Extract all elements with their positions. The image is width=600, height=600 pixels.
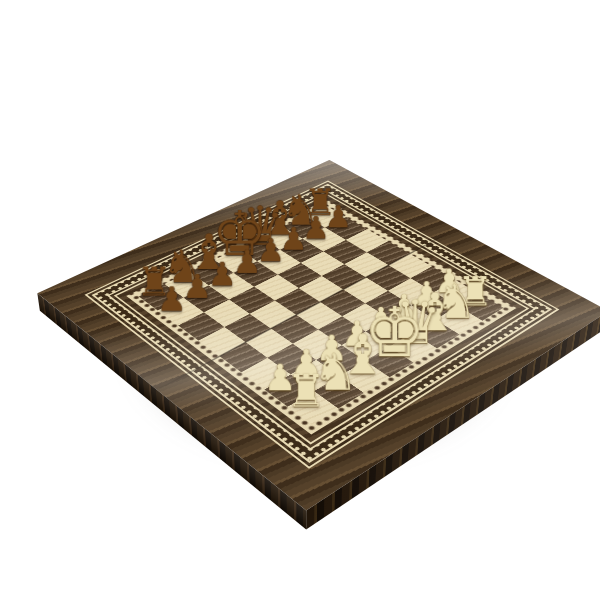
piece-white-bishop: ♝	[411, 286, 445, 338]
inlay-bead-band: ♜♟♟♜♞♟♟♞♝♟♟♝♛♟♟♛♚♟♟♚♝♟♟♝♞♟♟♞♜♟♟♜	[126, 200, 516, 435]
piece-black-bishop: ♝	[259, 195, 289, 242]
piece-white-pawn: ♟	[387, 290, 420, 324]
piece-black-bishop: ♝	[187, 228, 218, 277]
piece-black-king: ♚	[212, 203, 243, 264]
piece-white-pawn: ♟	[433, 264, 465, 297]
piece-black-knight: ♞	[281, 189, 311, 231]
square-d2[interactable]: ♟	[365, 318, 412, 347]
square-h6[interactable]	[178, 312, 225, 340]
square-d1[interactable]: ♛	[389, 333, 437, 363]
square-a2[interactable]: ♟	[434, 280, 479, 306]
board-frame: ♜♟♟♜♞♟♟♞♝♟♟♝♛♟♟♛♚♟♟♚♝♟♟♝♞♟♟♞♜♟♟♜	[37, 160, 600, 511]
piece-black-rook: ♜	[136, 262, 168, 302]
chess-set-photo: ♜♟♟♜♞♟♟♞♝♟♟♝♛♟♟♛♚♟♟♚♝♟♟♝♞♟♟♞♜♟♟♜	[0, 0, 600, 600]
square-g4[interactable]	[246, 328, 294, 358]
piece-black-queen: ♛	[236, 199, 266, 253]
square-g6[interactable]	[204, 299, 250, 327]
inlay-pinstripe-outer: ♜♟♟♜♞♟♟♞♝♟♟♝♛♟♟♛♚♟♟♚♝♟♟♝♞♟♟♞♜♟♟♜	[85, 181, 560, 469]
piece-black-knight: ♞	[162, 244, 194, 289]
piece-black-rook: ♜	[303, 184, 332, 220]
square-d3[interactable]	[342, 303, 388, 331]
chess-board: ♜♟♟♜♞♟♟♞♝♟♟♝♛♟♟♛♚♟♟♚♝♟♟♝♞♟♟♞♜♟♟♜	[37, 160, 600, 511]
square-c1[interactable]: ♝	[412, 319, 459, 348]
board-grid: ♜♟♟♜♞♟♟♞♝♟♟♝♛♟♟♛♚♟♟♚♝♟♟♝♞♟♟♞♜♟♟♜	[139, 206, 504, 425]
square-g8[interactable]: ♞	[165, 272, 209, 298]
